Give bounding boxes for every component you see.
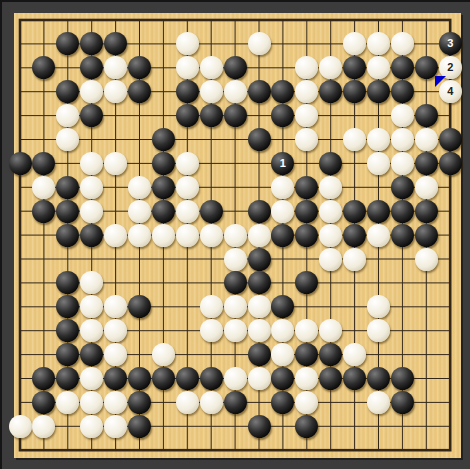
stone-white[interactable]	[104, 391, 127, 414]
stone-white[interactable]	[152, 343, 175, 366]
stone-black[interactable]	[439, 152, 462, 175]
stone-white[interactable]	[104, 152, 127, 175]
stone-black[interactable]	[152, 200, 175, 223]
stone-black[interactable]	[104, 367, 127, 390]
stone-black[interactable]	[295, 415, 318, 438]
stone-white[interactable]	[80, 200, 103, 223]
stone-black[interactable]	[415, 224, 438, 247]
stone-white[interactable]	[319, 224, 342, 247]
stone-white[interactable]	[9, 415, 32, 438]
stone-black[interactable]	[319, 152, 342, 175]
stone-white[interactable]	[200, 56, 223, 79]
stone-black[interactable]	[415, 104, 438, 127]
stone-black[interactable]	[224, 391, 247, 414]
stone-black[interactable]	[224, 56, 247, 79]
go-board[interactable]: 1234	[14, 13, 461, 458]
stone-white[interactable]	[343, 248, 366, 271]
stone-black[interactable]	[295, 200, 318, 223]
stone-black[interactable]	[200, 200, 223, 223]
stone-white[interactable]	[200, 224, 223, 247]
stone-black[interactable]	[439, 32, 462, 55]
stone-white[interactable]	[224, 248, 247, 271]
stone-white[interactable]	[224, 80, 247, 103]
stone-black[interactable]	[295, 224, 318, 247]
stone-white[interactable]	[319, 200, 342, 223]
stone-white[interactable]	[176, 391, 199, 414]
stone-black[interactable]	[176, 367, 199, 390]
stone-white[interactable]	[200, 319, 223, 342]
stone-white[interactable]	[176, 56, 199, 79]
stone-black[interactable]	[367, 367, 390, 390]
stone-black[interactable]	[391, 224, 414, 247]
stone-black[interactable]	[176, 104, 199, 127]
stone-black[interactable]	[391, 80, 414, 103]
stone-white[interactable]	[176, 200, 199, 223]
stone-black[interactable]	[56, 224, 79, 247]
stone-black[interactable]	[152, 128, 175, 151]
stone-white[interactable]	[415, 176, 438, 199]
stone-white[interactable]	[80, 415, 103, 438]
stone-black[interactable]	[295, 176, 318, 199]
stone-black[interactable]	[248, 343, 271, 366]
stone-black[interactable]	[9, 152, 32, 175]
stone-white[interactable]	[224, 319, 247, 342]
stone-white[interactable]	[128, 200, 151, 223]
stone-black[interactable]	[439, 128, 462, 151]
stone-black[interactable]	[343, 224, 366, 247]
stone-black[interactable]	[56, 176, 79, 199]
stone-black[interactable]	[128, 367, 151, 390]
stone-black[interactable]	[271, 224, 294, 247]
stone-black[interactable]	[32, 200, 55, 223]
stone-black[interactable]	[128, 415, 151, 438]
stone-black[interactable]	[128, 391, 151, 414]
stone-white[interactable]	[271, 200, 294, 223]
stone-white[interactable]	[248, 224, 271, 247]
stone-black[interactable]	[224, 271, 247, 294]
stone-white[interactable]	[152, 224, 175, 247]
stone-white[interactable]	[200, 295, 223, 318]
stone-white[interactable]	[176, 152, 199, 175]
stone-white[interactable]	[367, 391, 390, 414]
stone-white[interactable]	[248, 319, 271, 342]
stone-white[interactable]	[367, 128, 390, 151]
stone-white[interactable]	[80, 152, 103, 175]
stone-white[interactable]	[415, 128, 438, 151]
triangle-marker	[435, 76, 446, 87]
stone-black[interactable]	[248, 128, 271, 151]
stone-white[interactable]	[391, 128, 414, 151]
stone-black[interactable]	[248, 80, 271, 103]
stone-white[interactable]	[248, 367, 271, 390]
stone-white[interactable]	[343, 128, 366, 151]
stone-white[interactable]	[80, 176, 103, 199]
stone-white[interactable]	[80, 391, 103, 414]
stone-white[interactable]	[176, 224, 199, 247]
stone-black[interactable]	[343, 367, 366, 390]
stone-white[interactable]	[104, 224, 127, 247]
stone-white[interactable]	[367, 152, 390, 175]
stone-white[interactable]	[104, 415, 127, 438]
stone-white[interactable]	[200, 80, 223, 103]
stone-white[interactable]	[367, 224, 390, 247]
stone-black[interactable]	[343, 200, 366, 223]
stone-white[interactable]	[391, 152, 414, 175]
stone-black[interactable]	[152, 176, 175, 199]
stone-black[interactable]	[391, 176, 414, 199]
stone-white[interactable]	[415, 248, 438, 271]
stone-black[interactable]	[248, 271, 271, 294]
stone-black[interactable]	[200, 367, 223, 390]
stone-white[interactable]	[200, 391, 223, 414]
stone-white[interactable]	[224, 224, 247, 247]
stone-white[interactable]	[224, 367, 247, 390]
stone-black[interactable]	[248, 248, 271, 271]
stone-white[interactable]	[224, 295, 247, 318]
screenshot-frame: 1234	[0, 0, 470, 469]
stone-black[interactable]	[248, 415, 271, 438]
stone-black[interactable]	[152, 152, 175, 175]
stone-black[interactable]	[415, 200, 438, 223]
stone-white[interactable]	[128, 176, 151, 199]
stone-black[interactable]	[224, 104, 247, 127]
stone-black[interactable]	[391, 391, 414, 414]
stone-black[interactable]	[367, 200, 390, 223]
stone-white[interactable]	[319, 248, 342, 271]
stone-black[interactable]	[391, 367, 414, 390]
stone-black[interactable]	[415, 152, 438, 175]
stone-white[interactable]	[391, 104, 414, 127]
stone-black[interactable]	[200, 104, 223, 127]
stone-black[interactable]	[248, 200, 271, 223]
stone-white[interactable]	[319, 176, 342, 199]
stone-white[interactable]	[248, 32, 271, 55]
stone-black[interactable]	[80, 224, 103, 247]
stone-white[interactable]	[176, 176, 199, 199]
stone-white[interactable]	[248, 295, 271, 318]
stone-white[interactable]	[128, 224, 151, 247]
stone-black[interactable]	[152, 367, 175, 390]
stone-black[interactable]	[56, 200, 79, 223]
stone-black[interactable]	[176, 80, 199, 103]
stone-black[interactable]	[391, 200, 414, 223]
